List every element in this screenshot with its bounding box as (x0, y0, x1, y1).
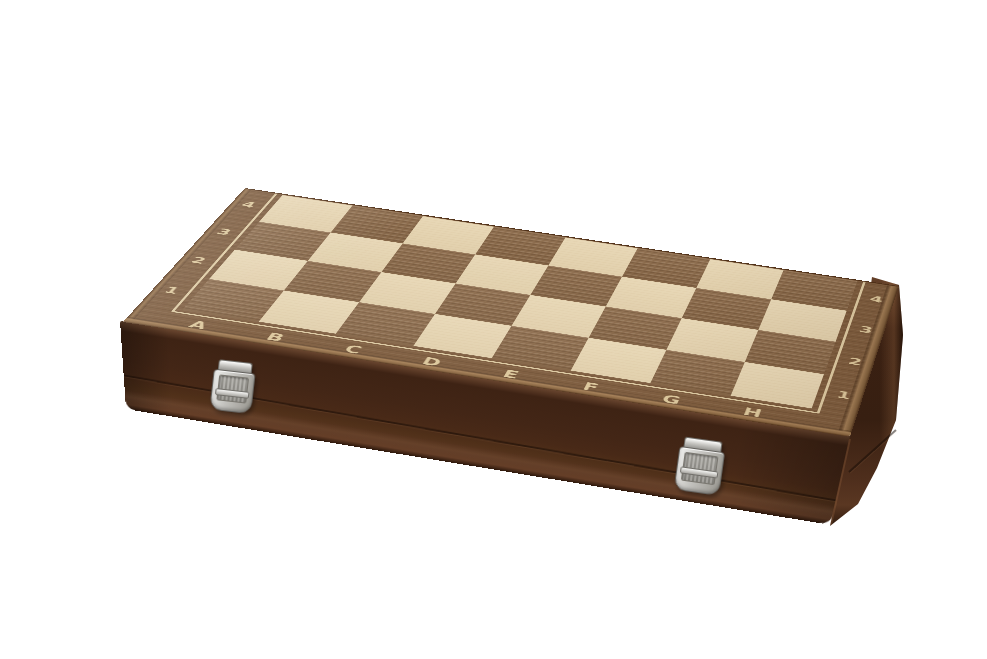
file-label-e: E (500, 367, 521, 381)
file-label-f: F (580, 380, 601, 394)
clasp-right (673, 436, 726, 496)
file-label-c: C (342, 343, 365, 356)
clasp-left (209, 359, 257, 414)
rank-label-right-3: 3 (858, 324, 874, 336)
clasp-left-body (209, 369, 255, 414)
file-label-h: H (741, 405, 764, 420)
rank-label-left-4: 4 (239, 200, 258, 210)
file-label-g: G (660, 392, 683, 406)
clasp-right-body (673, 446, 725, 496)
rank-label-right-2: 2 (847, 356, 864, 368)
rank-label-left-1: 1 (161, 285, 182, 297)
rank-label-right-4: 4 (868, 294, 884, 305)
rank-label-right-1: 1 (835, 389, 852, 402)
rank-label-left-2: 2 (188, 255, 209, 266)
file-label-b: B (263, 330, 287, 343)
chess-case-photo: 44332211ABCDEFGH (0, 0, 987, 659)
rank-label-left-3: 3 (214, 227, 234, 238)
file-label-d: D (419, 355, 444, 369)
file-label-a: A (186, 318, 211, 331)
